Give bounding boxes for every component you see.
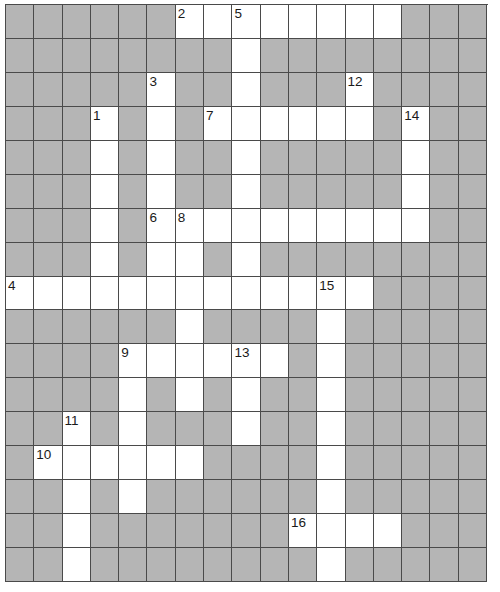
blocked-cell [459, 39, 487, 73]
blocked-cell [34, 209, 62, 243]
blocked-cell [204, 446, 232, 480]
blocked-cell [430, 277, 458, 311]
blocked-cell [34, 141, 62, 175]
crossword-cell[interactable] [317, 412, 345, 446]
blocked-cell [63, 243, 91, 277]
crossword-cell[interactable] [317, 378, 345, 412]
blocked-cell [119, 243, 147, 277]
blocked-cell [374, 175, 402, 209]
blocked-cell [402, 514, 430, 548]
crossword-cell[interactable] [147, 277, 175, 311]
blocked-cell [261, 73, 289, 107]
crossword-cell[interactable] [346, 5, 374, 39]
blocked-cell [459, 344, 487, 378]
blocked-cell [402, 310, 430, 344]
crossword-cell[interactable] [289, 107, 317, 141]
crossword-cell[interactable] [119, 412, 147, 446]
blocked-cell [430, 141, 458, 175]
crossword-cell[interactable] [232, 277, 260, 311]
blocked-cell [374, 243, 402, 277]
crossword-cell[interactable] [63, 446, 91, 480]
crossword-cell[interactable] [91, 277, 119, 311]
blocked-cell [6, 412, 34, 446]
blocked-cell [204, 514, 232, 548]
clue-number: 3 [149, 73, 157, 90]
blocked-cell [430, 310, 458, 344]
blocked-cell [459, 548, 487, 582]
blocked-cell [176, 107, 204, 141]
crossword-cell[interactable] [147, 107, 175, 141]
blocked-cell [459, 5, 487, 39]
crossword-cell[interactable] [289, 5, 317, 39]
crossword-cell[interactable] [176, 344, 204, 378]
blocked-cell [374, 107, 402, 141]
crossword-grid: 25312171468415913111016 [5, 4, 488, 582]
crossword-cell[interactable] [232, 243, 260, 277]
blocked-cell [119, 514, 147, 548]
blocked-cell [317, 141, 345, 175]
blocked-cell [289, 310, 317, 344]
blocked-cell [346, 310, 374, 344]
blocked-cell [261, 412, 289, 446]
blocked-cell [374, 73, 402, 107]
blocked-cell [204, 548, 232, 582]
crossword-cell[interactable]: 14 [402, 107, 430, 141]
blocked-cell [430, 175, 458, 209]
blocked-cell [459, 209, 487, 243]
blocked-cell [402, 277, 430, 311]
blocked-cell [34, 310, 62, 344]
blocked-cell [147, 378, 175, 412]
blocked-cell [176, 175, 204, 209]
clue-number: 11 [65, 412, 79, 429]
blocked-cell [176, 480, 204, 514]
blocked-cell [430, 73, 458, 107]
blocked-cell [204, 39, 232, 73]
blocked-cell [63, 73, 91, 107]
crossword-cell[interactable] [261, 107, 289, 141]
blocked-cell [91, 378, 119, 412]
blocked-cell [119, 39, 147, 73]
blocked-cell [91, 548, 119, 582]
blocked-cell [6, 39, 34, 73]
blocked-cell [63, 107, 91, 141]
crossword-cell[interactable] [261, 209, 289, 243]
blocked-cell [346, 344, 374, 378]
crossword-cell[interactable]: 12 [346, 73, 374, 107]
crossword-cell[interactable] [232, 412, 260, 446]
crossword-cell[interactable]: 11 [63, 412, 91, 446]
blocked-cell [261, 378, 289, 412]
blocked-cell [261, 514, 289, 548]
crossword-cell[interactable] [317, 310, 345, 344]
blocked-cell [402, 243, 430, 277]
blocked-cell [204, 175, 232, 209]
blocked-cell [147, 548, 175, 582]
crossword-cell[interactable] [232, 378, 260, 412]
crossword-cell[interactable] [63, 548, 91, 582]
crossword-cell[interactable]: 6 [147, 209, 175, 243]
blocked-cell [91, 310, 119, 344]
blocked-cell [6, 209, 34, 243]
blocked-cell [91, 480, 119, 514]
blocked-cell [289, 73, 317, 107]
blocked-cell [232, 480, 260, 514]
crossword-cell[interactable] [91, 209, 119, 243]
blocked-cell [6, 480, 34, 514]
crossword-cell[interactable] [176, 446, 204, 480]
crossword-cell[interactable] [317, 446, 345, 480]
blocked-cell [34, 344, 62, 378]
blocked-cell [430, 107, 458, 141]
blocked-cell [430, 514, 458, 548]
crossword-cell[interactable] [119, 446, 147, 480]
crossword-cell[interactable] [402, 209, 430, 243]
clue-number: 13 [234, 344, 249, 361]
blocked-cell [430, 480, 458, 514]
clue-number: 14 [404, 107, 419, 124]
crossword-cell[interactable] [289, 277, 317, 311]
crossword-cell[interactable] [91, 446, 119, 480]
crossword-cell[interactable] [204, 344, 232, 378]
blocked-cell [34, 5, 62, 39]
blocked-cell [204, 378, 232, 412]
clue-number: 2 [178, 5, 186, 22]
blocked-cell [459, 310, 487, 344]
crossword-cell[interactable]: 4 [6, 277, 34, 311]
blocked-cell [402, 480, 430, 514]
blocked-cell [147, 5, 175, 39]
crossword-cell[interactable] [232, 73, 260, 107]
blocked-cell [346, 480, 374, 514]
blocked-cell [34, 412, 62, 446]
blocked-cell [6, 310, 34, 344]
blocked-cell [374, 39, 402, 73]
crossword-cell[interactable] [63, 514, 91, 548]
crossword-cell[interactable] [63, 277, 91, 311]
blocked-cell [346, 412, 374, 446]
blocked-cell [63, 344, 91, 378]
blocked-cell [6, 548, 34, 582]
blocked-cell [289, 141, 317, 175]
crossword-cell[interactable]: 5 [232, 5, 260, 39]
clue-number: 4 [8, 277, 16, 294]
crossword-cell[interactable] [317, 548, 345, 582]
blocked-cell [119, 141, 147, 175]
blocked-cell [402, 548, 430, 582]
blocked-cell [91, 412, 119, 446]
clue-number: 15 [319, 277, 334, 294]
blocked-cell [34, 480, 62, 514]
blocked-cell [91, 39, 119, 73]
blocked-cell [204, 310, 232, 344]
crossword-cell[interactable] [317, 480, 345, 514]
crossword-cell[interactable] [232, 107, 260, 141]
blocked-cell [232, 446, 260, 480]
blocked-cell [289, 548, 317, 582]
crossword-cell[interactable] [317, 107, 345, 141]
blocked-cell [346, 446, 374, 480]
blocked-cell [34, 73, 62, 107]
blocked-cell [6, 378, 34, 412]
crossword-cell[interactable]: 7 [204, 107, 232, 141]
blocked-cell [147, 412, 175, 446]
clue-number: 7 [206, 107, 214, 124]
blocked-cell [261, 141, 289, 175]
blocked-cell [459, 175, 487, 209]
crossword-cell[interactable]: 9 [119, 344, 147, 378]
blocked-cell [402, 5, 430, 39]
blocked-cell [459, 446, 487, 480]
blocked-cell [176, 73, 204, 107]
crossword-cell[interactable] [147, 344, 175, 378]
blocked-cell [346, 548, 374, 582]
blocked-cell [91, 5, 119, 39]
blocked-cell [346, 175, 374, 209]
blocked-cell [459, 514, 487, 548]
blocked-cell [430, 344, 458, 378]
crossword-cell[interactable] [176, 243, 204, 277]
blocked-cell [402, 412, 430, 446]
blocked-cell [63, 175, 91, 209]
crossword-cell[interactable] [402, 141, 430, 175]
blocked-cell [119, 5, 147, 39]
blocked-cell [261, 175, 289, 209]
blocked-cell [289, 243, 317, 277]
blocked-cell [374, 480, 402, 514]
blocked-cell [402, 39, 430, 73]
blocked-cell [176, 39, 204, 73]
blocked-cell [6, 344, 34, 378]
blocked-cell [34, 548, 62, 582]
crossword-cell[interactable]: 2 [176, 5, 204, 39]
blocked-cell [459, 412, 487, 446]
blocked-cell [261, 548, 289, 582]
crossword-cell[interactable] [317, 514, 345, 548]
blocked-cell [289, 378, 317, 412]
blocked-cell [119, 548, 147, 582]
crossword-cell[interactable] [119, 277, 147, 311]
crossword-cell[interactable] [346, 514, 374, 548]
crossword-cell[interactable] [317, 344, 345, 378]
blocked-cell [459, 141, 487, 175]
crossword-cell[interactable] [374, 514, 402, 548]
crossword-cell[interactable] [317, 5, 345, 39]
blocked-cell [289, 39, 317, 73]
blocked-cell [204, 141, 232, 175]
blocked-cell [176, 514, 204, 548]
crossword-cell[interactable] [63, 480, 91, 514]
blocked-cell [317, 73, 345, 107]
blocked-cell [91, 514, 119, 548]
blocked-cell [374, 412, 402, 446]
blocked-cell [6, 243, 34, 277]
blocked-cell [261, 243, 289, 277]
crossword-cell[interactable] [317, 209, 345, 243]
blocked-cell [119, 73, 147, 107]
blocked-cell [34, 243, 62, 277]
crossword-cell[interactable] [147, 243, 175, 277]
blocked-cell [232, 310, 260, 344]
blocked-cell [430, 412, 458, 446]
clue-number: 12 [348, 73, 363, 90]
crossword-cell[interactable]: 15 [317, 277, 345, 311]
blocked-cell [459, 277, 487, 311]
blocked-cell [34, 378, 62, 412]
crossword-board-container: 25312171468415913111016 [5, 4, 488, 582]
blocked-cell [289, 175, 317, 209]
blocked-cell [374, 446, 402, 480]
clue-number: 9 [121, 344, 129, 361]
crossword-cell[interactable]: 13 [232, 344, 260, 378]
crossword-cell[interactable] [261, 277, 289, 311]
crossword-cell[interactable] [232, 39, 260, 73]
blocked-cell [63, 209, 91, 243]
blocked-cell [176, 548, 204, 582]
crossword-cell[interactable] [176, 378, 204, 412]
blocked-cell [430, 39, 458, 73]
blocked-cell [63, 39, 91, 73]
blocked-cell [176, 141, 204, 175]
blocked-cell [261, 39, 289, 73]
blocked-cell [289, 446, 317, 480]
blocked-cell [261, 446, 289, 480]
clue-number: 10 [36, 446, 51, 463]
clue-number: 1 [93, 107, 101, 124]
clue-number: 6 [149, 209, 157, 226]
blocked-cell [317, 39, 345, 73]
blocked-cell [63, 141, 91, 175]
blocked-cell [346, 378, 374, 412]
blocked-cell [34, 107, 62, 141]
clue-number: 8 [178, 209, 186, 226]
blocked-cell [430, 209, 458, 243]
blocked-cell [459, 243, 487, 277]
crossword-cell[interactable] [346, 209, 374, 243]
blocked-cell [402, 378, 430, 412]
blocked-cell [289, 344, 317, 378]
blocked-cell [374, 277, 402, 311]
blocked-cell [63, 310, 91, 344]
crossword-cell[interactable] [232, 209, 260, 243]
blocked-cell [317, 175, 345, 209]
crossword-cell[interactable] [91, 175, 119, 209]
crossword-cell[interactable]: 16 [289, 514, 317, 548]
blocked-cell [204, 243, 232, 277]
blocked-cell [346, 39, 374, 73]
blocked-cell [6, 514, 34, 548]
crossword-cell[interactable] [91, 141, 119, 175]
blocked-cell [346, 243, 374, 277]
blocked-cell [34, 175, 62, 209]
blocked-cell [232, 548, 260, 582]
blocked-cell [374, 141, 402, 175]
blocked-cell [402, 73, 430, 107]
crossword-cell[interactable] [119, 480, 147, 514]
crossword-cell[interactable] [374, 209, 402, 243]
crossword-cell[interactable] [232, 175, 260, 209]
blocked-cell [119, 310, 147, 344]
blocked-cell [147, 480, 175, 514]
blocked-cell [261, 310, 289, 344]
blocked-cell [6, 141, 34, 175]
blocked-cell [232, 514, 260, 548]
blocked-cell [147, 310, 175, 344]
blocked-cell [6, 446, 34, 480]
crossword-cell[interactable]: 3 [147, 73, 175, 107]
crossword-cell[interactable] [34, 277, 62, 311]
blocked-cell [176, 412, 204, 446]
crossword-cell[interactable] [232, 141, 260, 175]
blocked-cell [459, 480, 487, 514]
blocked-cell [317, 243, 345, 277]
blocked-cell [63, 5, 91, 39]
blocked-cell [261, 480, 289, 514]
blocked-cell [34, 514, 62, 548]
crossword-cell[interactable] [374, 5, 402, 39]
crossword-cell[interactable] [204, 5, 232, 39]
blocked-cell [91, 73, 119, 107]
blocked-cell [430, 446, 458, 480]
crossword-cell[interactable] [119, 378, 147, 412]
blocked-cell [459, 378, 487, 412]
crossword-cell[interactable] [176, 310, 204, 344]
blocked-cell [63, 378, 91, 412]
clue-number: 5 [234, 5, 242, 22]
crossword-cell[interactable]: 8 [176, 209, 204, 243]
crossword-cell[interactable] [91, 243, 119, 277]
blocked-cell [119, 175, 147, 209]
crossword-cell[interactable] [261, 5, 289, 39]
blocked-cell [289, 480, 317, 514]
blocked-cell [346, 141, 374, 175]
blocked-cell [430, 378, 458, 412]
blocked-cell [6, 5, 34, 39]
crossword-cell[interactable]: 10 [34, 446, 62, 480]
blocked-cell [91, 344, 119, 378]
crossword-cell[interactable] [289, 209, 317, 243]
blocked-cell [34, 39, 62, 73]
crossword-cell[interactable]: 1 [91, 107, 119, 141]
blocked-cell [374, 378, 402, 412]
crossword-cell[interactable] [147, 446, 175, 480]
blocked-cell [459, 73, 487, 107]
clue-number: 16 [291, 514, 306, 531]
blocked-cell [459, 107, 487, 141]
blocked-cell [402, 344, 430, 378]
blocked-cell [147, 39, 175, 73]
blocked-cell [402, 446, 430, 480]
crossword-cell[interactable] [204, 209, 232, 243]
blocked-cell [204, 73, 232, 107]
crossword-cell[interactable] [261, 344, 289, 378]
blocked-cell [119, 107, 147, 141]
crossword-cell[interactable] [402, 175, 430, 209]
crossword-cell[interactable] [147, 175, 175, 209]
crossword-cell[interactable] [176, 277, 204, 311]
crossword-cell[interactable] [204, 277, 232, 311]
blocked-cell [6, 175, 34, 209]
blocked-cell [204, 480, 232, 514]
blocked-cell [6, 73, 34, 107]
blocked-cell [374, 548, 402, 582]
crossword-cell[interactable] [346, 107, 374, 141]
blocked-cell [374, 310, 402, 344]
crossword-cell[interactable] [147, 141, 175, 175]
crossword-cell[interactable] [346, 277, 374, 311]
blocked-cell [430, 5, 458, 39]
blocked-cell [6, 107, 34, 141]
